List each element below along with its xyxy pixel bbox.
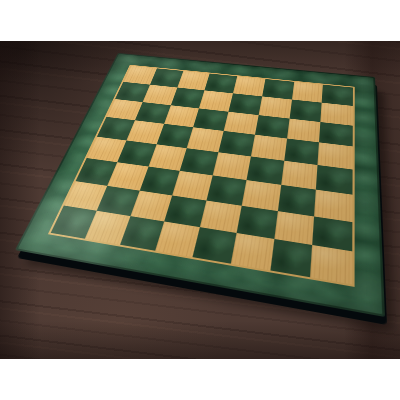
page-margin-bottom <box>0 359 400 400</box>
square-g1 <box>270 239 313 277</box>
product-photo-page <box>0 0 400 400</box>
square-e1 <box>192 227 236 263</box>
board-border <box>15 53 385 317</box>
playing-field <box>48 65 355 287</box>
square-f1 <box>231 233 274 270</box>
table-surface <box>0 41 400 359</box>
square-h1 <box>310 245 352 284</box>
chess-board <box>15 53 385 317</box>
page-margin-top <box>0 0 400 41</box>
